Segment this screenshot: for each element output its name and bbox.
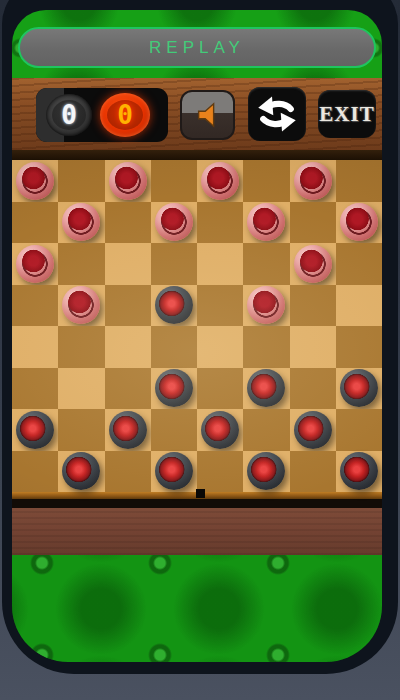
background: REPLAY 0 0 [0, 0, 400, 700]
dark-piece[interactable] [109, 411, 147, 449]
cell-r2c4[interactable] [197, 243, 243, 285]
cell-r0c4[interactable] [197, 160, 243, 202]
top-green-strip: REPLAY [12, 10, 382, 78]
speaker-icon [193, 100, 223, 130]
cell-r0c1[interactable] [58, 160, 104, 202]
cell-r5c3[interactable] [151, 368, 197, 410]
dark-piece[interactable] [155, 286, 193, 324]
cell-r1c6[interactable] [290, 202, 336, 244]
score-value-dark: 0 [61, 102, 77, 128]
dark-piece[interactable] [247, 452, 285, 490]
red-piece[interactable] [247, 286, 285, 324]
dark-piece[interactable] [16, 411, 54, 449]
dark-piece[interactable] [247, 369, 285, 407]
exit-button[interactable]: EXIT [318, 90, 376, 138]
board-top-shadow [12, 150, 382, 160]
cell-r1c2[interactable] [105, 202, 151, 244]
cell-r4c0[interactable] [12, 326, 58, 368]
cell-r4c2[interactable] [105, 326, 151, 368]
replay-button[interactable]: REPLAY [18, 27, 376, 68]
cell-r2c3[interactable] [151, 243, 197, 285]
cell-r3c7[interactable] [336, 285, 382, 327]
cell-r3c4[interactable] [197, 285, 243, 327]
cell-r4c5[interactable] [243, 326, 289, 368]
sound-button[interactable] [180, 90, 235, 140]
cell-r6c5[interactable] [243, 409, 289, 451]
cell-r1c4[interactable] [197, 202, 243, 244]
bottom-edge-notch [196, 489, 205, 498]
red-piece[interactable] [109, 162, 147, 200]
cell-r1c7[interactable] [336, 202, 382, 244]
cell-r2c2[interactable] [105, 243, 151, 285]
dark-piece[interactable] [340, 452, 378, 490]
red-piece[interactable] [62, 203, 100, 241]
red-piece[interactable] [294, 245, 332, 283]
dark-piece[interactable] [294, 411, 332, 449]
score-counter-dark: 0 [46, 94, 92, 136]
cell-r7c2[interactable] [105, 451, 151, 493]
cell-r7c4[interactable] [197, 451, 243, 493]
red-piece[interactable] [155, 203, 193, 241]
cell-r3c2[interactable] [105, 285, 151, 327]
cell-r5c7[interactable] [336, 368, 382, 410]
dark-piece[interactable] [155, 369, 193, 407]
cell-r4c7[interactable] [336, 326, 382, 368]
cell-r6c7[interactable] [336, 409, 382, 451]
cell-r2c1[interactable] [58, 243, 104, 285]
cell-r6c1[interactable] [58, 409, 104, 451]
score-value-red: 0 [117, 102, 133, 128]
dark-piece[interactable] [62, 452, 100, 490]
cell-r7c1[interactable] [58, 451, 104, 493]
cell-r6c2[interactable] [105, 409, 151, 451]
cell-r0c6[interactable] [290, 160, 336, 202]
cell-r5c1[interactable] [58, 368, 104, 410]
cell-r6c4[interactable] [197, 409, 243, 451]
cell-r5c6[interactable] [290, 368, 336, 410]
cell-r0c3[interactable] [151, 160, 197, 202]
red-piece[interactable] [62, 286, 100, 324]
black-gap-strip [12, 499, 382, 508]
refresh-button[interactable] [248, 87, 306, 141]
cell-r5c4[interactable] [197, 368, 243, 410]
cell-r7c5[interactable] [243, 451, 289, 493]
cell-r1c0[interactable] [12, 202, 58, 244]
cell-r2c5[interactable] [243, 243, 289, 285]
cell-r3c1[interactable] [58, 285, 104, 327]
cell-r7c0[interactable] [12, 451, 58, 493]
cell-r2c7[interactable] [336, 243, 382, 285]
wood-plank-strip [12, 508, 382, 555]
cell-r6c3[interactable] [151, 409, 197, 451]
cell-r0c7[interactable] [336, 160, 382, 202]
cell-r6c0[interactable] [12, 409, 58, 451]
cell-r5c0[interactable] [12, 368, 58, 410]
red-piece[interactable] [16, 245, 54, 283]
cell-r1c5[interactable] [243, 202, 289, 244]
dark-piece[interactable] [201, 411, 239, 449]
cell-r7c6[interactable] [290, 451, 336, 493]
cell-r2c0[interactable] [12, 243, 58, 285]
cell-r5c2[interactable] [105, 368, 151, 410]
grass-area [12, 555, 382, 662]
cell-r1c1[interactable] [58, 202, 104, 244]
refresh-icon [257, 94, 297, 134]
cell-r0c0[interactable] [12, 160, 58, 202]
cell-r0c2[interactable] [105, 160, 151, 202]
cell-r6c6[interactable] [290, 409, 336, 451]
red-piece[interactable] [294, 162, 332, 200]
cell-r4c6[interactable] [290, 326, 336, 368]
cell-r7c7[interactable] [336, 451, 382, 493]
score-widget: 0 0 [36, 88, 168, 142]
replay-button-label: REPLAY [149, 38, 245, 58]
cell-r4c3[interactable] [151, 326, 197, 368]
exit-button-label: EXIT [319, 102, 374, 127]
cell-r5c5[interactable] [243, 368, 289, 410]
toolbar: 0 0 [12, 78, 382, 150]
cell-r2c6[interactable] [290, 243, 336, 285]
cell-r3c3[interactable] [151, 285, 197, 327]
cell-r4c1[interactable] [58, 326, 104, 368]
dark-piece[interactable] [340, 369, 378, 407]
cell-r4c4[interactable] [197, 326, 243, 368]
red-piece[interactable] [16, 162, 54, 200]
cell-r1c3[interactable] [151, 202, 197, 244]
red-piece[interactable] [340, 203, 378, 241]
cell-r3c5[interactable] [243, 285, 289, 327]
dark-piece[interactable] [155, 452, 193, 490]
score-counter-red: 0 [100, 93, 150, 137]
red-piece[interactable] [201, 162, 239, 200]
cell-r3c0[interactable] [12, 285, 58, 327]
cell-r0c5[interactable] [243, 160, 289, 202]
red-piece[interactable] [247, 203, 285, 241]
cell-r7c3[interactable] [151, 451, 197, 493]
screen: REPLAY 0 0 [12, 10, 382, 662]
board [12, 160, 382, 492]
cell-r3c6[interactable] [290, 285, 336, 327]
